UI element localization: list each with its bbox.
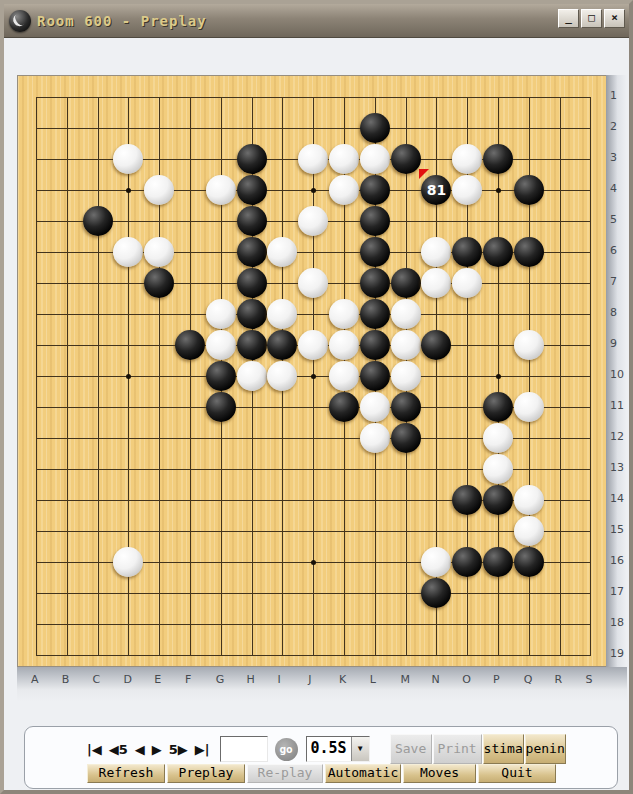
chevron-down-icon[interactable]: ▼ xyxy=(351,737,369,761)
stone-black-H9 xyxy=(237,330,267,360)
stone-black-M12 xyxy=(391,423,421,453)
star-point xyxy=(126,188,131,193)
stone-black-Q4 xyxy=(514,175,544,205)
row-label-15: 15 xyxy=(610,523,624,536)
speed-value: 0.5S xyxy=(307,737,351,761)
col-label-K: K xyxy=(339,673,346,686)
print-button: Print xyxy=(433,734,482,764)
col-label-M: M xyxy=(401,673,411,686)
app-logo-icon xyxy=(9,10,31,32)
col-label-G: G xyxy=(216,673,225,686)
col-label-E: E xyxy=(154,673,161,686)
stone-black-M11 xyxy=(391,392,421,422)
row-label-17: 17 xyxy=(610,585,624,598)
stone-black-G10 xyxy=(206,361,236,391)
row-label-13: 13 xyxy=(610,461,624,474)
stimat-button[interactable]: stimat xyxy=(483,734,524,764)
stone-black-P14 xyxy=(483,485,513,515)
title-bar[interactable]: Room 600 - Preplay _ □ × xyxy=(4,4,629,38)
stone-black-M3 xyxy=(391,144,421,174)
stone-black-M7 xyxy=(391,268,421,298)
stone-white-J9 xyxy=(298,330,328,360)
col-label-J: J xyxy=(308,673,311,686)
stone-white-P13 xyxy=(483,454,513,484)
stone-white-H10 xyxy=(237,361,267,391)
stone-black-P11 xyxy=(483,392,513,422)
stone-white-G4 xyxy=(206,175,236,205)
refresh-button[interactable]: Refresh xyxy=(87,764,165,783)
row-label-3: 3 xyxy=(610,151,617,164)
stone-black-C5 xyxy=(83,206,113,236)
stone-white-N6 xyxy=(421,237,451,267)
stone-white-E6 xyxy=(144,237,174,267)
preplay-button[interactable]: Preplay xyxy=(167,764,245,783)
maximize-button[interactable]: □ xyxy=(581,9,602,28)
stone-white-K9 xyxy=(329,330,359,360)
col-label-N: N xyxy=(431,673,439,686)
stone-white-J7 xyxy=(298,268,328,298)
row-label-6: 6 xyxy=(610,244,617,257)
row-label-19: 19 xyxy=(610,647,624,660)
stone-white-D3 xyxy=(113,144,143,174)
nav-forward-1-button[interactable]: ▶ xyxy=(152,742,162,757)
stone-black-L8 xyxy=(360,299,390,329)
stone-white-Q14 xyxy=(514,485,544,515)
star-point xyxy=(496,374,501,379)
stone-white-L11 xyxy=(360,392,390,422)
col-label-C: C xyxy=(93,673,101,686)
stone-white-N16 xyxy=(421,547,451,577)
col-label-I: I xyxy=(277,673,280,686)
stone-black-F9 xyxy=(175,330,205,360)
stone-white-K8 xyxy=(329,299,359,329)
stone-black-L6 xyxy=(360,237,390,267)
stone-white-I6 xyxy=(267,237,297,267)
nav-last-move-button[interactable]: ▶| xyxy=(195,742,210,757)
action-buttons-bottom: RefreshPreplayRe-playAutomaticMovesQuit xyxy=(87,764,556,783)
go-button[interactable]: go xyxy=(275,738,298,761)
stone-black-I9 xyxy=(267,330,297,360)
stone-white-M9 xyxy=(391,330,421,360)
stone-white-G9 xyxy=(206,330,236,360)
row-label-12: 12 xyxy=(610,430,624,443)
star-point xyxy=(311,374,316,379)
stone-black-O14 xyxy=(452,485,482,515)
stone-black-H3 xyxy=(237,144,267,174)
row-label-14: 14 xyxy=(610,492,624,505)
stone-white-L12 xyxy=(360,423,390,453)
col-label-P: P xyxy=(493,673,500,686)
nav-row: |◀◀5◀▶5▶▶| go 0.5S ▼ SavePrintstimatpeni… xyxy=(87,734,567,764)
col-label-L: L xyxy=(370,673,376,686)
penin-button[interactable]: penin xyxy=(525,734,566,764)
stone-black-L4 xyxy=(360,175,390,205)
col-label-B: B xyxy=(62,673,70,686)
stone-white-I10 xyxy=(267,361,297,391)
stone-black-N17 xyxy=(421,578,451,608)
row-label-5: 5 xyxy=(610,213,617,226)
grid-line-horizontal xyxy=(36,593,591,594)
speed-select[interactable]: 0.5S ▼ xyxy=(306,736,370,762)
row-label-7: 7 xyxy=(610,275,617,288)
stone-black-L7 xyxy=(360,268,390,298)
stone-black-E7 xyxy=(144,268,174,298)
stone-black-H4 xyxy=(237,175,267,205)
stone-white-Q15 xyxy=(514,516,544,546)
stone-white-I8 xyxy=(267,299,297,329)
save-button: Save xyxy=(390,734,432,764)
row-label-8: 8 xyxy=(610,306,617,319)
stone-white-L3 xyxy=(360,144,390,174)
stone-white-O7 xyxy=(452,268,482,298)
stone-white-G8 xyxy=(206,299,236,329)
row-label-10: 10 xyxy=(610,368,624,381)
stone-white-P12 xyxy=(483,423,513,453)
minimize-button[interactable]: _ xyxy=(558,9,579,28)
stone-black-L5 xyxy=(360,206,390,236)
stone-black-L2 xyxy=(360,113,390,143)
stone-black-O16 xyxy=(452,547,482,577)
stone-black-G11 xyxy=(206,392,236,422)
nav-back-5-button[interactable]: ◀5 xyxy=(109,742,128,757)
quit-button[interactable]: Quit xyxy=(478,764,556,783)
stone-white-K3 xyxy=(329,144,359,174)
stone-white-D16 xyxy=(113,547,143,577)
stone-black-N4: 81 xyxy=(421,175,451,205)
stone-white-O3 xyxy=(452,144,482,174)
goban[interactable]: 81 xyxy=(17,75,607,667)
re-play-button: Re-play xyxy=(247,764,323,783)
stone-black-H7 xyxy=(237,268,267,298)
stone-white-Q11 xyxy=(514,392,544,422)
stone-black-L9 xyxy=(360,330,390,360)
stone-black-H5 xyxy=(237,206,267,236)
stone-black-P6 xyxy=(483,237,513,267)
row-label-11: 11 xyxy=(610,399,624,412)
star-point xyxy=(496,188,501,193)
stone-black-N9 xyxy=(421,330,451,360)
last-move-marker-icon xyxy=(419,169,429,179)
row-label-4: 4 xyxy=(610,182,617,195)
grid-line-horizontal xyxy=(36,655,591,656)
row-label-1: 1 xyxy=(610,89,617,102)
stone-black-P3 xyxy=(483,144,513,174)
stone-black-P16 xyxy=(483,547,513,577)
col-label-D: D xyxy=(123,673,131,686)
stone-white-M10 xyxy=(391,361,421,391)
stone-white-N7 xyxy=(421,268,451,298)
stone-black-O6 xyxy=(452,237,482,267)
col-label-F: F xyxy=(185,673,191,686)
star-point xyxy=(311,560,316,565)
stone-black-H8 xyxy=(237,299,267,329)
col-label-O: O xyxy=(462,673,471,686)
row-label-9: 9 xyxy=(610,337,617,350)
nav-buttons: |◀◀5◀▶5▶▶| xyxy=(87,742,210,757)
row-label-16: 16 xyxy=(610,554,624,567)
stone-black-K11 xyxy=(329,392,359,422)
window-title: Room 600 - Preplay xyxy=(37,13,207,29)
stone-white-E4 xyxy=(144,175,174,205)
star-point xyxy=(311,188,316,193)
stone-black-H6 xyxy=(237,237,267,267)
automatic-button[interactable]: Automatic xyxy=(325,764,401,783)
star-point xyxy=(126,374,131,379)
row-label-2: 2 xyxy=(610,120,617,133)
app-window: Room 600 - Preplay _ □ × 81 |◀◀5◀▶5▶▶| g… xyxy=(0,0,633,794)
stone-white-J5 xyxy=(298,206,328,236)
col-labels-strip xyxy=(17,667,627,702)
stone-white-O4 xyxy=(452,175,482,205)
grid-line-vertical xyxy=(560,97,561,656)
stone-white-Q9 xyxy=(514,330,544,360)
stone-white-D6 xyxy=(113,237,143,267)
col-label-R: R xyxy=(555,673,563,686)
control-panel: |◀◀5◀▶5▶▶| go 0.5S ▼ SavePrintstimatpeni… xyxy=(24,726,618,789)
action-buttons-top: SavePrintstimatpenin xyxy=(390,734,567,764)
move-number-input[interactable] xyxy=(220,736,268,762)
stone-white-K4 xyxy=(329,175,359,205)
stone-black-L10 xyxy=(360,361,390,391)
col-label-A: A xyxy=(31,673,39,686)
last-move-number: 81 xyxy=(421,175,451,205)
stone-white-J3 xyxy=(298,144,328,174)
stone-black-Q6 xyxy=(514,237,544,267)
row-label-18: 18 xyxy=(610,616,624,629)
close-button[interactable]: × xyxy=(604,9,625,28)
col-label-Q: Q xyxy=(524,673,533,686)
grid-line-vertical xyxy=(590,97,591,656)
nav-first-move-button[interactable]: |◀ xyxy=(87,742,102,757)
stone-black-Q16 xyxy=(514,547,544,577)
nav-forward-5-button[interactable]: 5▶ xyxy=(169,742,188,757)
col-label-S: S xyxy=(585,673,592,686)
grid-line-horizontal xyxy=(36,531,591,532)
nav-back-1-button[interactable]: ◀ xyxy=(135,742,145,757)
stone-white-K10 xyxy=(329,361,359,391)
grid-line-horizontal xyxy=(36,624,591,625)
moves-button[interactable]: Moves xyxy=(403,764,476,783)
col-label-H: H xyxy=(247,673,255,686)
stone-white-M8 xyxy=(391,299,421,329)
